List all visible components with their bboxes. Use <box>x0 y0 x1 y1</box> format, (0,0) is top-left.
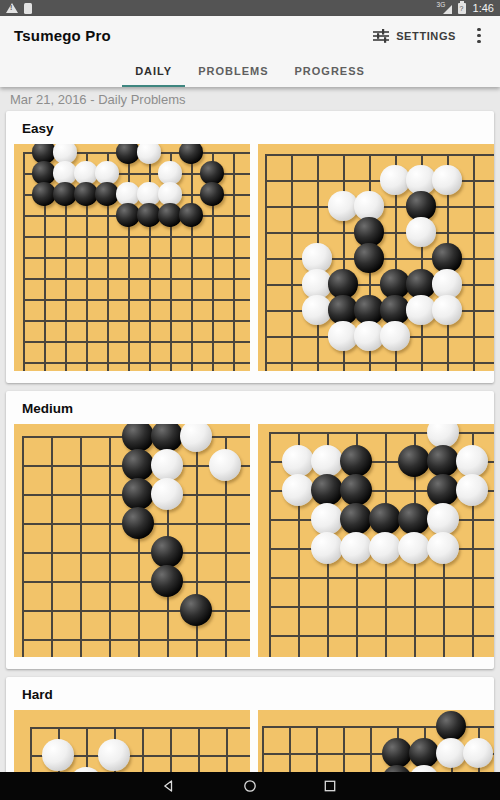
black-stone <box>200 161 224 185</box>
white-stone <box>282 474 314 506</box>
grid-line <box>51 436 53 657</box>
white-stone <box>42 739 73 770</box>
grid-line <box>22 610 250 612</box>
recents-icon[interactable] <box>323 779 337 793</box>
black-stone <box>158 203 182 227</box>
white-stone <box>328 321 357 350</box>
white-stone <box>406 165 435 194</box>
tab-bar: DAILY PROBLEMS PROGRESS <box>0 55 500 87</box>
black-stone <box>380 295 409 324</box>
grid-line <box>109 436 111 657</box>
tab-problems[interactable]: PROBLEMS <box>185 55 281 87</box>
go-board-easy-1[interactable] <box>14 144 250 371</box>
white-stone <box>302 295 331 324</box>
grid-line <box>265 154 494 156</box>
black-stone <box>382 738 412 768</box>
white-stone <box>98 739 129 770</box>
warning-icon <box>6 3 18 13</box>
section-title: Medium <box>22 401 494 416</box>
white-stone <box>158 161 182 185</box>
grid-line <box>269 606 494 608</box>
grid-line <box>265 154 267 371</box>
black-stone <box>32 161 56 185</box>
black-stone <box>340 503 372 535</box>
grid-line <box>269 432 494 434</box>
black-stone <box>179 203 203 227</box>
grid-line <box>22 552 250 554</box>
grid-line <box>22 639 250 641</box>
white-stone <box>432 295 461 324</box>
black-stone <box>137 203 161 227</box>
white-stone <box>311 503 343 535</box>
black-stone <box>340 474 372 506</box>
status-notification-icons <box>6 3 32 14</box>
white-stone <box>463 738 493 768</box>
black-stone <box>179 144 203 164</box>
grid-line <box>80 436 82 657</box>
navigation-bar <box>0 772 500 800</box>
grid-line <box>291 154 293 371</box>
black-stone <box>369 503 401 535</box>
white-stone <box>74 161 98 185</box>
grid-line <box>23 341 250 343</box>
go-board-easy-2[interactable] <box>258 144 494 371</box>
app-title: Tsumego Pro <box>14 27 111 44</box>
grid-line <box>233 152 235 371</box>
black-stone <box>340 445 372 477</box>
grid-line <box>23 320 250 322</box>
white-stone <box>398 532 430 564</box>
section-card-easy: Easy <box>6 111 494 383</box>
white-stone <box>328 191 357 220</box>
status-bar: 3G 1:46 <box>0 0 500 16</box>
section-title: Hard <box>22 687 494 702</box>
white-stone <box>354 321 383 350</box>
grid-line <box>30 727 250 729</box>
screen: 3G 1:46 Tsumego Pro SETTINGS <box>0 0 500 800</box>
black-stone <box>427 474 459 506</box>
grid-line <box>23 278 250 280</box>
home-icon[interactable] <box>243 779 257 793</box>
white-stone <box>116 182 140 206</box>
white-stone <box>302 269 331 298</box>
black-stone <box>432 243 461 272</box>
grid-line <box>22 581 250 583</box>
black-stone <box>354 217 383 246</box>
tab-daily[interactable]: DAILY <box>122 55 185 87</box>
white-stone <box>137 144 161 164</box>
white-stone <box>151 449 183 481</box>
grid-line <box>269 635 494 637</box>
white-stone <box>151 478 183 510</box>
black-stone <box>354 243 383 272</box>
black-stone <box>122 478 154 510</box>
grid-line <box>269 432 271 657</box>
status-system-icons: 3G 1:46 <box>437 2 494 14</box>
grid-line <box>265 362 494 364</box>
go-board-medium-2[interactable] <box>258 424 494 657</box>
black-stone <box>380 269 409 298</box>
grid-line <box>23 299 250 301</box>
black-stone <box>180 594 212 626</box>
black-stone <box>116 203 140 227</box>
black-stone <box>32 182 56 206</box>
grid-line <box>23 152 25 371</box>
black-stone <box>328 295 357 324</box>
grid-line <box>23 257 250 259</box>
black-stone <box>328 269 357 298</box>
white-stone <box>354 191 383 220</box>
black-stone <box>151 424 183 452</box>
settings-label: SETTINGS <box>396 30 456 42</box>
white-stone <box>340 532 372 564</box>
white-stone <box>432 165 461 194</box>
black-stone <box>122 449 154 481</box>
white-stone <box>209 449 241 481</box>
black-stone <box>436 711 466 741</box>
tab-progress[interactable]: PROGRESS <box>281 55 377 87</box>
grid-line <box>191 152 193 371</box>
grid-line <box>473 154 475 371</box>
white-stone <box>456 474 488 506</box>
black-stone <box>95 182 119 206</box>
grid-line <box>22 436 24 657</box>
battery-icon <box>458 3 466 14</box>
white-stone <box>406 217 435 246</box>
notification-icon <box>24 3 32 14</box>
white-stone <box>427 503 459 535</box>
white-stone <box>95 161 119 185</box>
back-icon[interactable] <box>161 779 175 793</box>
white-stone <box>311 445 343 477</box>
black-stone <box>406 191 435 220</box>
white-stone <box>432 269 461 298</box>
tune-icon <box>373 29 389 43</box>
black-stone <box>398 503 430 535</box>
white-stone <box>311 532 343 564</box>
black-stone <box>122 507 154 539</box>
grid-line <box>23 362 250 364</box>
white-stone <box>380 165 409 194</box>
white-stone <box>180 424 212 452</box>
app-bar: Tsumego Pro SETTINGS <box>0 16 500 55</box>
signal-icon: 3G <box>437 2 452 14</box>
white-stone <box>427 532 459 564</box>
black-stone <box>354 295 383 324</box>
date-header: Mar 21, 2016 - Daily Problems <box>0 87 500 111</box>
black-stone <box>116 144 140 164</box>
go-board-medium-1[interactable] <box>14 424 250 657</box>
black-stone <box>200 182 224 206</box>
white-stone <box>436 738 466 768</box>
section-card-medium: Medium <box>6 391 494 669</box>
white-stone <box>282 445 314 477</box>
white-stone <box>456 445 488 477</box>
white-stone <box>369 532 401 564</box>
black-stone <box>427 445 459 477</box>
settings-button[interactable]: SETTINGS <box>369 23 460 49</box>
black-stone <box>311 474 343 506</box>
black-stone <box>409 738 439 768</box>
grid-line <box>269 577 494 579</box>
section-title: Easy <box>22 121 494 136</box>
white-stone <box>137 182 161 206</box>
black-stone <box>398 445 430 477</box>
black-stone <box>53 182 77 206</box>
white-stone <box>380 321 409 350</box>
overflow-menu-icon[interactable] <box>468 23 490 49</box>
black-stone <box>74 182 98 206</box>
black-stone <box>406 269 435 298</box>
white-stone <box>158 182 182 206</box>
signal-triangle-icon <box>443 5 452 14</box>
black-stone <box>151 565 183 597</box>
status-time: 1:46 <box>473 2 494 14</box>
black-stone <box>151 536 183 568</box>
white-stone <box>53 161 77 185</box>
grid-line <box>23 236 250 238</box>
white-stone <box>406 295 435 324</box>
white-stone <box>302 243 331 272</box>
black-stone <box>122 424 154 452</box>
header: Tsumego Pro SETTINGS DAILY PROBLEMS PROG… <box>0 16 500 87</box>
